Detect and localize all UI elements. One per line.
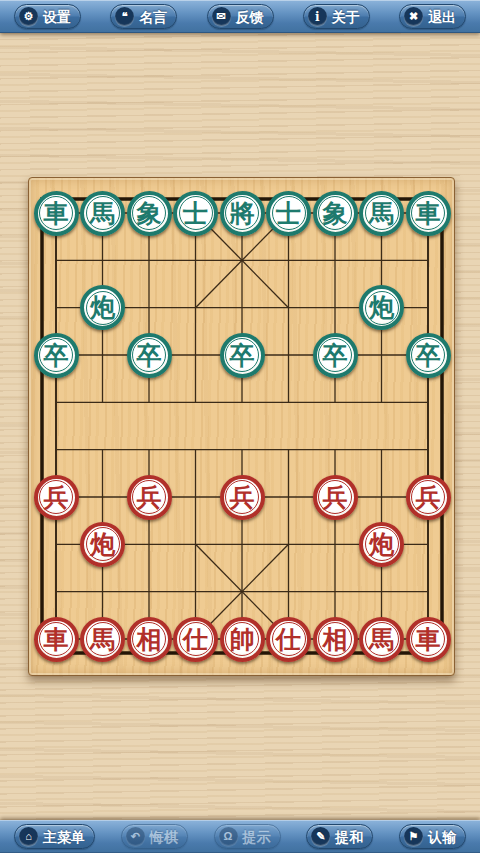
- piece-black-卒[interactable]: 卒: [220, 333, 265, 378]
- exit-label: 退出: [428, 10, 456, 24]
- piece-red-兵[interactable]: 兵: [127, 475, 172, 520]
- main-menu-button[interactable]: ⌂ 主菜单: [14, 824, 95, 849]
- settings-label: 设置: [43, 10, 71, 24]
- quotes-label: 名言: [139, 10, 167, 24]
- undo-label: 悔棋: [150, 830, 178, 844]
- piece-red-馬[interactable]: 馬: [359, 617, 404, 662]
- about-button[interactable]: i 关于: [303, 4, 370, 29]
- piece-black-馬[interactable]: 馬: [80, 191, 125, 236]
- piece-black-士[interactable]: 士: [173, 191, 218, 236]
- draw-offer-label: 提和: [335, 830, 363, 844]
- piece-red-馬[interactable]: 馬: [80, 617, 125, 662]
- piece-red-炮[interactable]: 炮: [359, 522, 404, 567]
- resign-label: 认输: [428, 830, 456, 844]
- home-icon: ⌂: [19, 827, 38, 846]
- feedback-label: 反馈: [236, 10, 264, 24]
- piece-black-象[interactable]: 象: [127, 191, 172, 236]
- piece-black-卒[interactable]: 卒: [406, 333, 451, 378]
- envelope-icon: ✉: [212, 7, 231, 26]
- piece-black-炮[interactable]: 炮: [80, 285, 125, 330]
- xiangqi-app: ⚙ 设置 ❝ 名言 ✉ 反馈 i 关于 ✖ 退出: [0, 0, 480, 853]
- piece-black-車[interactable]: 車: [34, 191, 79, 236]
- gear-icon: ⚙: [19, 7, 38, 26]
- hint-label: 提示: [243, 830, 271, 844]
- hint-button: Ω 提示: [214, 824, 281, 849]
- piece-red-兵[interactable]: 兵: [406, 475, 451, 520]
- main-menu-label: 主菜单: [43, 830, 85, 844]
- piece-black-象[interactable]: 象: [313, 191, 358, 236]
- piece-black-馬[interactable]: 馬: [359, 191, 404, 236]
- piece-red-車[interactable]: 車: [406, 617, 451, 662]
- quotes-button[interactable]: ❝ 名言: [110, 4, 177, 29]
- bell-icon: Ω: [219, 827, 238, 846]
- top-toolbar: ⚙ 设置 ❝ 名言 ✉ 反馈 i 关于 ✖ 退出: [0, 0, 480, 33]
- about-label: 关于: [332, 10, 360, 24]
- piece-red-車[interactable]: 車: [34, 617, 79, 662]
- piece-red-相[interactable]: 相: [313, 617, 358, 662]
- xiangqi-board[interactable]: 車馬象士將士象馬車炮炮卒卒卒卒卒兵兵兵兵兵炮炮車馬相仕帥仕相馬車: [28, 177, 455, 676]
- piece-black-卒[interactable]: 卒: [313, 333, 358, 378]
- piece-red-兵[interactable]: 兵: [34, 475, 79, 520]
- piece-red-兵[interactable]: 兵: [313, 475, 358, 520]
- piece-red-兵[interactable]: 兵: [220, 475, 265, 520]
- piece-black-卒[interactable]: 卒: [127, 333, 172, 378]
- speech-bubble-icon: ❝: [115, 7, 134, 26]
- resign-button[interactable]: ⚑ 认输: [399, 824, 466, 849]
- piece-black-卒[interactable]: 卒: [34, 333, 79, 378]
- piece-red-炮[interactable]: 炮: [80, 522, 125, 567]
- close-icon: ✖: [404, 7, 423, 26]
- piece-red-相[interactable]: 相: [127, 617, 172, 662]
- piece-black-士[interactable]: 士: [266, 191, 311, 236]
- piece-red-帥[interactable]: 帥: [220, 617, 265, 662]
- undo-arrow-icon: ↶: [126, 827, 145, 846]
- pencil-icon: ✎: [311, 827, 330, 846]
- info-icon: i: [308, 7, 327, 26]
- piece-red-仕[interactable]: 仕: [173, 617, 218, 662]
- piece-black-將[interactable]: 將: [220, 191, 265, 236]
- board-grid: [29, 178, 454, 675]
- bottom-toolbar: ⌂ 主菜单 ↶ 悔棋 Ω 提示 ✎ 提和 ⚑ 认输: [0, 820, 480, 853]
- piece-black-炮[interactable]: 炮: [359, 285, 404, 330]
- undo-button: ↶ 悔棋: [121, 824, 188, 849]
- flag-icon: ⚑: [404, 827, 423, 846]
- settings-button[interactable]: ⚙ 设置: [14, 4, 81, 29]
- piece-red-仕[interactable]: 仕: [266, 617, 311, 662]
- draw-offer-button[interactable]: ✎ 提和: [306, 824, 373, 849]
- piece-black-車[interactable]: 車: [406, 191, 451, 236]
- exit-button[interactable]: ✖ 退出: [399, 4, 466, 29]
- feedback-button[interactable]: ✉ 反馈: [207, 4, 274, 29]
